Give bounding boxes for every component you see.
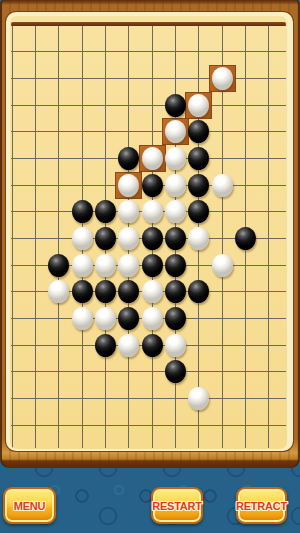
black-stone <box>165 360 186 383</box>
white-stone <box>142 147 163 170</box>
black-stone <box>142 227 163 250</box>
white-stone <box>118 227 139 250</box>
grid-line-horizontal <box>11 78 286 79</box>
black-stone <box>188 280 209 303</box>
retract-button-label: RETRACT <box>236 500 287 512</box>
white-stone <box>118 254 139 277</box>
black-stone <box>95 200 116 223</box>
black-stone <box>165 307 186 330</box>
white-stone <box>165 200 186 223</box>
black-stone <box>188 147 209 170</box>
black-stone <box>95 334 116 357</box>
white-stone <box>188 227 209 250</box>
white-stone <box>165 174 186 197</box>
grid-line-horizontal <box>11 398 286 399</box>
black-stone <box>118 280 139 303</box>
retract-button[interactable]: RETRACT <box>236 487 287 524</box>
black-stone <box>118 147 139 170</box>
black-stone <box>165 280 186 303</box>
grid-line-horizontal <box>11 371 286 372</box>
white-stone <box>165 147 186 170</box>
board-frame <box>0 0 300 468</box>
black-stone <box>165 227 186 250</box>
white-stone <box>48 280 69 303</box>
white-stone <box>118 334 139 357</box>
grid-line-horizontal <box>11 425 286 426</box>
white-stone <box>72 227 93 250</box>
grid-line-vertical <box>12 24 13 448</box>
white-stone <box>118 174 139 197</box>
menu-button-label: MENU <box>14 500 46 512</box>
grid-line-horizontal <box>11 105 286 106</box>
grid-line-vertical <box>268 24 269 448</box>
white-stone <box>95 254 116 277</box>
black-stone <box>142 334 163 357</box>
black-stone <box>188 200 209 223</box>
black-stone <box>235 227 256 250</box>
black-stone <box>72 280 93 303</box>
restart-button[interactable]: RESTART <box>151 487 203 524</box>
white-stone <box>118 200 139 223</box>
grid-line-horizontal <box>11 51 286 52</box>
board-top-shadow <box>11 22 286 26</box>
white-stone <box>72 307 93 330</box>
white-stone <box>142 200 163 223</box>
black-stone <box>95 280 116 303</box>
black-stone <box>142 174 163 197</box>
white-stone <box>72 254 93 277</box>
black-stone <box>188 174 209 197</box>
black-stone <box>95 227 116 250</box>
grid-line-vertical <box>58 24 59 448</box>
restart-button-label: RESTART <box>152 500 202 512</box>
white-stone <box>188 94 209 117</box>
white-stone <box>212 254 233 277</box>
menu-button[interactable]: MENU <box>3 487 56 524</box>
white-stone <box>165 334 186 357</box>
black-stone <box>142 254 163 277</box>
black-stone <box>165 254 186 277</box>
white-stone <box>212 174 233 197</box>
grid-line-vertical <box>35 24 36 448</box>
black-stone <box>188 120 209 143</box>
black-stone <box>72 200 93 223</box>
black-stone <box>118 307 139 330</box>
white-stone <box>95 307 116 330</box>
white-stone <box>142 280 163 303</box>
white-stone <box>188 387 209 410</box>
black-stone <box>165 94 186 117</box>
white-stone <box>212 67 233 90</box>
gomoku-board[interactable] <box>10 16 287 449</box>
grid-line-horizontal <box>11 131 286 132</box>
white-stone <box>142 307 163 330</box>
game-screen: MENU RESTART RETRACT <box>0 0 300 533</box>
black-stone <box>48 254 69 277</box>
white-stone <box>165 120 186 143</box>
